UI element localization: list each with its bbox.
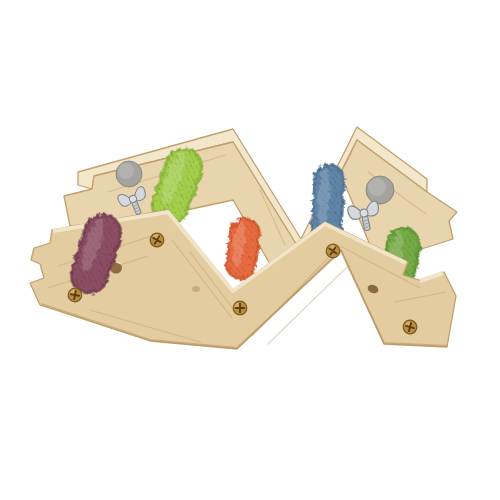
wood-knot-faint: [192, 286, 200, 292]
hanger-bolt-knob-left: [116, 161, 142, 187]
product-photo: Natural wood zigzag parrot climbing perc…: [0, 0, 500, 500]
bird-perch-illustration: Natural wood zigzag parrot climbing perc…: [0, 0, 500, 500]
hanger-bolt-knob-right: [366, 176, 394, 204]
screw-3: [233, 301, 247, 315]
